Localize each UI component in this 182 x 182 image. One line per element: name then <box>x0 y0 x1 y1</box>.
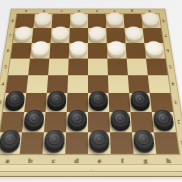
black-piece-a1[interactable] <box>0 134 21 153</box>
square-f6[interactable] <box>107 43 127 59</box>
black-piece-g1[interactable] <box>133 134 154 153</box>
white-piece-b8[interactable] <box>35 15 52 27</box>
square-h4[interactable] <box>148 75 171 93</box>
square-h5[interactable] <box>146 59 168 76</box>
square-d5[interactable] <box>68 59 88 76</box>
black-piece-f2[interactable] <box>111 113 131 131</box>
white-piece-h8[interactable] <box>142 15 159 27</box>
black-piece-c3[interactable] <box>47 94 66 111</box>
square-a6[interactable] <box>11 43 32 59</box>
square-d2[interactable] <box>66 112 88 132</box>
square-b6[interactable] <box>30 43 50 59</box>
black-piece-e3[interactable] <box>89 94 108 111</box>
black-piece-h2[interactable] <box>153 113 174 131</box>
front-stamp: · <box>90 167 92 173</box>
square-a7[interactable] <box>13 28 33 43</box>
square-a5[interactable] <box>8 59 30 76</box>
square-g2[interactable] <box>131 112 154 132</box>
white-piece-a7[interactable] <box>14 29 32 42</box>
square-g1[interactable] <box>132 132 156 154</box>
square-a1[interactable] <box>0 132 22 154</box>
square-e7[interactable] <box>88 28 107 43</box>
square-c6[interactable] <box>49 43 69 59</box>
square-e1[interactable] <box>88 132 111 154</box>
square-e5[interactable] <box>88 59 108 76</box>
square-c2[interactable] <box>44 112 67 132</box>
square-d4[interactable] <box>67 75 88 93</box>
square-c3[interactable] <box>45 93 67 112</box>
square-a2[interactable] <box>0 112 24 132</box>
square-c1[interactable] <box>42 132 66 154</box>
black-piece-g3[interactable] <box>131 94 151 111</box>
square-d6[interactable] <box>69 43 88 59</box>
checkers-board: abcdefgh abcdefgh 87654321 87654321 <box>0 9 182 168</box>
square-c5[interactable] <box>48 59 69 76</box>
white-piece-f8[interactable] <box>107 15 123 27</box>
white-piece-c7[interactable] <box>52 29 69 42</box>
black-piece-c1[interactable] <box>44 134 65 153</box>
square-g6[interactable] <box>126 43 146 59</box>
square-h8[interactable] <box>141 14 161 28</box>
white-piece-d8[interactable] <box>71 15 87 27</box>
square-g7[interactable] <box>124 28 144 43</box>
black-piece-b2[interactable] <box>24 113 45 131</box>
board-photo: abcdefgh abcdefgh 87654321 87654321 · <box>0 0 182 182</box>
square-g5[interactable] <box>127 59 148 76</box>
square-e6[interactable] <box>88 43 107 59</box>
square-f4[interactable] <box>108 75 129 93</box>
square-e2[interactable] <box>88 112 110 132</box>
square-b2[interactable] <box>22 112 45 132</box>
square-f8[interactable] <box>106 14 125 28</box>
square-d8[interactable] <box>70 14 88 28</box>
white-piece-f6[interactable] <box>108 44 125 58</box>
scene: abcdefgh abcdefgh 87654321 87654321 <box>0 9 182 168</box>
black-piece-e1[interactable] <box>89 134 109 153</box>
square-b4[interactable] <box>26 75 48 93</box>
white-piece-d6[interactable] <box>70 44 87 58</box>
square-h2[interactable] <box>152 112 176 132</box>
square-f2[interactable] <box>109 112 132 132</box>
white-piece-h6[interactable] <box>146 44 164 58</box>
square-b5[interactable] <box>28 59 49 76</box>
board-shadow <box>0 176 182 182</box>
square-b8[interactable] <box>33 14 52 28</box>
square-h1[interactable] <box>154 132 179 154</box>
square-d1[interactable] <box>65 132 88 154</box>
black-piece-a3[interactable] <box>4 94 24 111</box>
white-piece-b6[interactable] <box>31 44 49 58</box>
board-grid <box>0 14 179 154</box>
square-h6[interactable] <box>144 43 165 59</box>
square-f1[interactable] <box>110 132 134 154</box>
square-e3[interactable] <box>88 93 109 112</box>
square-a3[interactable] <box>3 93 26 112</box>
square-f5[interactable] <box>107 59 128 76</box>
square-g3[interactable] <box>129 93 152 112</box>
square-b1[interactable] <box>20 132 44 154</box>
white-piece-g7[interactable] <box>126 29 143 42</box>
black-piece-d2[interactable] <box>67 113 86 131</box>
white-piece-e7[interactable] <box>89 29 105 42</box>
square-c7[interactable] <box>50 28 69 43</box>
